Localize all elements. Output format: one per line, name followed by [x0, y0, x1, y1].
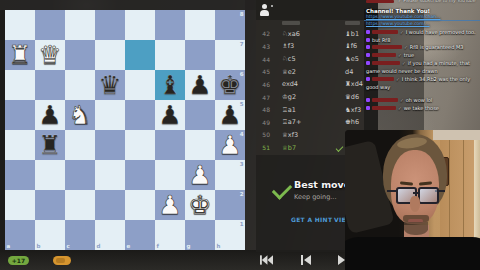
square-e1[interactable]: e	[125, 220, 155, 250]
chat-message: ✓we take those	[366, 105, 439, 111]
piece-black-b-f6[interactable]: ♝	[155, 70, 185, 100]
square-g4[interactable]	[185, 130, 215, 160]
white-move[interactable]: exd4	[282, 80, 345, 88]
keep-going-subtitle: Keep going...	[294, 193, 336, 201]
square-d3[interactable]	[95, 160, 125, 190]
chat-message-text: game would never be drawn	[366, 68, 438, 74]
square-a1[interactable]: a	[5, 220, 35, 250]
square-h7[interactable]: 7	[215, 40, 245, 70]
square-c1[interactable]: c	[65, 220, 95, 250]
square-d4[interactable]	[95, 130, 125, 160]
chat-check-icon: ✓	[402, 61, 406, 66]
chat-message-text: Rf8 is guaranteed M3	[410, 44, 464, 50]
file-label-f: f	[157, 243, 159, 249]
mod-badge-icon	[366, 106, 370, 110]
chat-message-text: if you had a minute, that	[408, 60, 470, 66]
board-gap	[245, 0, 256, 252]
rank-label-1: 1	[240, 221, 244, 227]
rank-label-6: 6	[240, 71, 244, 77]
square-e8[interactable]	[125, 10, 155, 40]
square-b3[interactable]	[35, 160, 65, 190]
piece-black-p-f5[interactable]: ♟	[155, 100, 185, 130]
square-e7[interactable]	[125, 40, 155, 70]
file-label-a: a	[7, 243, 11, 249]
piece-white-p-f2[interactable]: ♟	[155, 190, 185, 220]
move-row-45[interactable]: 45♕e2d4	[256, 65, 378, 78]
square-g2[interactable]: ♚	[185, 190, 215, 220]
move-row-46[interactable]: 46exd4♜xd4	[256, 78, 378, 91]
chat-message-text: I would have premoved too.	[406, 29, 476, 35]
rank-label-4: 4	[240, 131, 244, 137]
move-number: 45	[256, 68, 270, 75]
square-e3[interactable]	[125, 160, 155, 190]
timer-badge	[53, 256, 71, 265]
square-d7[interactable]	[95, 40, 125, 70]
square-c3[interactable]	[65, 160, 95, 190]
get-a-hint-button[interactable]: GET A HINT	[291, 216, 332, 223]
square-b7[interactable]: ♛	[35, 40, 65, 70]
file-label-g: g	[187, 243, 191, 249]
file-label-e: e	[127, 243, 131, 249]
chat-username-redacted	[372, 98, 398, 103]
move-list-header	[256, 0, 378, 20]
piece-black-q-d6[interactable]: ♛	[95, 70, 125, 100]
square-g5[interactable]	[185, 100, 215, 130]
white-move[interactable]: ♖a1	[282, 106, 345, 114]
chat-username-redacted	[372, 53, 396, 58]
mod-badge-icon	[366, 38, 370, 42]
square-f1[interactable]: f	[155, 220, 185, 250]
piece-white-q-b7[interactable]: ♛	[35, 40, 65, 70]
square-a2[interactable]	[5, 190, 35, 220]
chat-message-text: good way	[366, 84, 390, 90]
square-b4[interactable]: ♜	[35, 130, 65, 160]
move-row-42[interactable]: 42♘xa6♝b1	[256, 28, 378, 41]
white-move[interactable]: ♔g2	[282, 93, 345, 101]
square-e6[interactable]	[125, 70, 155, 100]
square-a7[interactable]: ♜	[5, 40, 35, 70]
clipped-move-row	[345, 21, 360, 25]
square-a6[interactable]	[5, 70, 35, 100]
square-c4[interactable]	[65, 130, 95, 160]
mod-badge-icon	[366, 30, 370, 34]
file-label-h: h	[217, 243, 221, 249]
square-g3[interactable]: ♟	[185, 160, 215, 190]
square-d5[interactable]	[95, 100, 125, 130]
square-g6[interactable]: ♟	[185, 70, 215, 100]
square-f2[interactable]: ♟	[155, 190, 185, 220]
square-h5[interactable]: ♟5	[215, 100, 245, 130]
chat-message: ✓if you had a minute, that	[366, 60, 470, 66]
square-a8[interactable]	[5, 10, 35, 40]
chat-check-icon: ✓	[398, 53, 402, 58]
square-a4[interactable]	[5, 130, 35, 160]
chat-check-icon: ✓	[400, 98, 404, 103]
chat-username-redacted	[372, 106, 396, 111]
eval-badge: +17	[8, 256, 29, 265]
mod-badge-icon	[366, 53, 370, 57]
white-move[interactable]: ♕xf3	[282, 131, 345, 139]
move-number: 43	[256, 43, 270, 50]
chat-message: ✓Rf8 is guaranteed M3	[366, 44, 463, 50]
piece-white-n-c5[interactable]: ♞	[65, 100, 95, 130]
file-label-c: c	[67, 243, 70, 249]
move-number: 46	[256, 81, 270, 88]
piece-white-k-g2[interactable]: ♚	[185, 190, 215, 220]
chat-message-text: true	[404, 52, 414, 58]
chat-check-icon: ✓	[398, 106, 402, 111]
chat-username-redacted	[372, 77, 394, 82]
square-g7[interactable]	[185, 40, 215, 70]
mod-badge-icon	[366, 98, 370, 102]
square-b2[interactable]	[35, 190, 65, 220]
piece-black-p-b5[interactable]: ♟	[35, 100, 65, 130]
square-f4[interactable]	[155, 130, 185, 160]
square-g8[interactable]	[185, 10, 215, 40]
square-d8[interactable]	[95, 10, 125, 40]
move-number: 48	[256, 106, 270, 113]
move-number: 50	[256, 131, 270, 138]
white-move[interactable]: ♖a7+	[282, 118, 345, 126]
square-d2[interactable]	[95, 190, 125, 220]
chat-message: good way	[366, 84, 390, 90]
square-f3[interactable]	[155, 160, 185, 190]
file-label-d: d	[97, 243, 101, 249]
rank-label-5: 5	[240, 101, 244, 107]
viewers-icon	[259, 4, 275, 18]
white-move[interactable]: ♘c5	[282, 55, 345, 63]
square-a3[interactable]	[5, 160, 35, 190]
chat-message-text: I think 34.Rb2 was the only	[402, 76, 470, 82]
move-row-47[interactable]: 47♔g2♛d6	[256, 91, 378, 104]
square-e4[interactable]	[125, 130, 155, 160]
chat-message: ✓oh wow lol	[366, 97, 432, 103]
move-row-49[interactable]: 49♖a7+♚h6	[256, 116, 378, 129]
square-f5[interactable]: ♟	[155, 100, 185, 130]
chess-board[interactable]: 8♜♛7♛♝♟♚6♟♞♟♟5♜♟4♟3♟♚2abcdefgh1	[5, 10, 245, 250]
square-h6[interactable]: ♚6	[215, 70, 245, 100]
square-h8[interactable]: 8	[215, 10, 245, 40]
mod-badge-icon	[366, 77, 370, 81]
chat-panel: ✓I would have premoved too.but Rf8✓Rf8 i…	[364, 0, 480, 140]
chat-message: ✓I think 34.Rb2 was the only	[366, 76, 470, 82]
move-number: 44	[256, 56, 270, 63]
rank-label-8: 8	[240, 11, 244, 17]
wall-corner	[433, 130, 480, 140]
webcam-feed	[345, 130, 480, 270]
piece-white-p-g3[interactable]: ♟	[185, 160, 215, 190]
piece-white-r-a7[interactable]: ♜	[5, 40, 35, 70]
square-a5[interactable]	[5, 100, 35, 130]
chat-username-redacted	[372, 45, 402, 50]
mod-badge-icon	[366, 45, 370, 49]
square-c2[interactable]	[65, 190, 95, 220]
chat-check-icon: ✓	[396, 77, 400, 82]
square-c6[interactable]	[65, 70, 95, 100]
square-h1[interactable]: h1	[215, 220, 245, 250]
white-move[interactable]: ♘xa6	[282, 30, 345, 38]
chat-message: but Rf8	[366, 37, 390, 43]
previous-move-button[interactable]	[301, 255, 314, 265]
chat-message: ✓true	[366, 52, 414, 58]
chat-message-text: oh wow lol	[406, 97, 432, 103]
square-e2[interactable]	[125, 190, 155, 220]
chat-username-redacted	[372, 30, 398, 35]
white-move[interactable]: ♗f3	[282, 42, 345, 50]
move-number: 42	[256, 30, 270, 37]
square-b5[interactable]: ♟	[35, 100, 65, 130]
jump-to-start-button[interactable]	[260, 255, 273, 265]
square-f8[interactable]	[155, 10, 185, 40]
board-frame-top	[0, 0, 256, 10]
chat-message-text: but Rf8	[372, 37, 390, 43]
mod-badge-icon	[366, 61, 370, 65]
chat-message: ✓I would have premoved too.	[366, 29, 476, 35]
square-f6[interactable]: ♝	[155, 70, 185, 100]
piece-black-r-b4[interactable]: ♜	[35, 130, 65, 160]
white-move[interactable]: ♕e2	[282, 68, 345, 76]
file-label-b: b	[37, 243, 41, 249]
clipped-move-row	[282, 21, 300, 25]
square-g1[interactable]: g	[185, 220, 215, 250]
square-c5[interactable]: ♞	[65, 100, 95, 130]
square-b1[interactable]: b	[35, 220, 65, 250]
square-e5[interactable]	[125, 100, 155, 130]
square-b6[interactable]	[35, 70, 65, 100]
chat-check-icon: ✓	[400, 30, 404, 35]
rank-label-3: 3	[240, 161, 244, 167]
square-b8[interactable]	[35, 10, 65, 40]
move-number: 49	[256, 119, 270, 126]
chat-message: game would never be drawn	[366, 68, 438, 74]
square-d1[interactable]: d	[95, 220, 125, 250]
square-c7[interactable]	[65, 40, 95, 70]
glasses-right-lens	[418, 187, 439, 204]
square-d6[interactable]: ♛	[95, 70, 125, 100]
rank-label-7: 7	[240, 41, 244, 47]
rank-label-2: 2	[240, 191, 244, 197]
move-number: 51	[256, 144, 270, 151]
piece-black-p-g6[interactable]: ♟	[185, 70, 215, 100]
square-h2[interactable]: 2	[215, 190, 245, 220]
move-row-44[interactable]: 44♘c5♞e5	[256, 53, 378, 66]
square-h3[interactable]: 3	[215, 160, 245, 190]
move-number: 47	[256, 94, 270, 101]
chat-check-icon: ✓	[404, 45, 408, 50]
square-f7[interactable]	[155, 40, 185, 70]
square-c8[interactable]	[65, 10, 95, 40]
chat-message-text: we take those	[404, 105, 439, 111]
move-row-48[interactable]: 48♖a1♞xf3	[256, 103, 378, 116]
streamer-torso	[345, 237, 480, 270]
square-h4[interactable]: ♟4	[215, 130, 245, 160]
chat-username-redacted	[372, 61, 400, 66]
move-row-43[interactable]: 43♗f3♝f6	[256, 40, 378, 53]
